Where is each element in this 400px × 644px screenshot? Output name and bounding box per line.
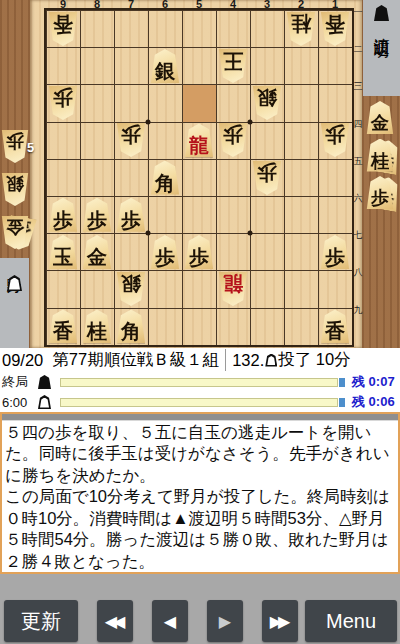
sente-clock-label: 終局 xyxy=(2,373,36,391)
file-label-8: 8 xyxy=(80,0,114,9)
star-dot xyxy=(146,119,151,124)
sente-hand-桂: 桂桂 xyxy=(366,139,394,172)
step-forward-button[interactable]: ▶ xyxy=(207,600,243,642)
sente-player-plate: 渡辺明 xyxy=(363,0,400,96)
update-button[interactable]: 更新 xyxy=(4,600,78,642)
file-label-1: 1 xyxy=(318,0,352,9)
sente-mark-icon xyxy=(374,5,389,21)
gote-piece-icon xyxy=(265,354,277,367)
sente-time-bar-tip xyxy=(339,378,345,387)
game-date: 09/20 xyxy=(2,351,43,370)
jump-to-end-button[interactable]: ▶▶ xyxy=(262,600,298,642)
shogi-live-app: 987654321一二三四五六七八九 香桂香銀王歩銀歩龍歩歩角歩歩歩歩玉金歩歩歩… xyxy=(0,0,400,644)
event-title: 第77期順位戦Ｂ級１組 xyxy=(52,349,219,371)
star-dot xyxy=(146,231,151,236)
sente-hand-金: 金 xyxy=(366,101,394,134)
star-dot xyxy=(248,119,253,124)
double-left-arrow-icon: ◀◀ xyxy=(105,612,122,631)
gote-clock-label: 6:00 xyxy=(2,395,36,410)
rank-label-7: 七 xyxy=(353,229,363,242)
gote-remaining-time: 残 0:06 xyxy=(352,393,395,411)
gote-player-name: 野月 xyxy=(7,266,22,270)
rank-label-2: 二 xyxy=(353,43,363,56)
game-info-bar: 09/20 第77期順位戦Ｂ級１組 132. 投了 10分 xyxy=(0,348,400,372)
info-divider xyxy=(225,349,226,371)
rank-label-1: 一 xyxy=(353,6,363,19)
board-border xyxy=(44,8,354,347)
gote-time-bar-tip xyxy=(339,398,345,407)
double-right-arrow-icon: ▶▶ xyxy=(270,612,287,631)
sente-remaining-time: 残 0:07 xyxy=(352,373,395,391)
last-move-text: 132. 投了 10分 xyxy=(232,349,351,371)
gote-clock-row: 6:00 残 0:06 xyxy=(0,392,400,412)
comment-divider-bar xyxy=(2,414,398,421)
sente-hand-歩: 歩歩 xyxy=(366,176,394,209)
jump-to-start-button[interactable]: ◀◀ xyxy=(97,600,133,642)
file-label-5: 5 xyxy=(182,0,216,9)
gote-time-bar xyxy=(60,398,338,407)
sente-time-bar xyxy=(60,378,338,387)
rank-label-4: 四 xyxy=(353,118,363,131)
hand-count: 5 xyxy=(27,140,34,155)
commentary-panel[interactable]: ５四の歩を取り、５五に自玉の逃走ルートを開いた。同時に後手玉は受けがなさそう。先… xyxy=(0,412,400,574)
star-dot xyxy=(248,231,253,236)
rank-label-5: 五 xyxy=(353,155,363,168)
sente-player-name: 渡辺明 xyxy=(374,25,390,31)
rank-label-8: 八 xyxy=(353,266,363,279)
rank-label-9: 九 xyxy=(353,304,363,317)
step-back-button[interactable]: ◀ xyxy=(152,600,188,642)
menu-button[interactable]: Menu xyxy=(305,600,397,642)
file-label-9: 9 xyxy=(46,0,80,9)
gote-player-plate: 野月 xyxy=(0,258,29,348)
file-label-6: 6 xyxy=(148,0,182,9)
gote-clock-icon xyxy=(38,395,51,409)
rank-label-6: 六 xyxy=(353,192,363,205)
gote-hand-銀: 銀 xyxy=(1,173,29,206)
file-label-7: 7 xyxy=(114,0,148,9)
sente-clock-icon xyxy=(38,375,51,389)
commentary-text: ５四の歩を取り、５五に自玉の逃走ルートを開いた。同時に後手玉は受けがなさそう。先… xyxy=(2,421,398,572)
bottom-toolbar: 更新 ◀◀ ◀ ▶ ▶▶ Menu xyxy=(0,574,400,644)
shogi-board-area: 987654321一二三四五六七八九 香桂香銀王歩銀歩龍歩歩角歩歩歩歩玉金歩歩歩… xyxy=(0,0,400,348)
file-label-2: 2 xyxy=(284,0,318,9)
last-move-highlight xyxy=(182,84,216,121)
sente-clock-row: 終局 残 0:07 xyxy=(0,372,400,392)
left-arrow-icon: ◀ xyxy=(164,612,176,631)
file-label-3: 3 xyxy=(250,0,284,9)
right-arrow-icon: ▶ xyxy=(219,612,231,631)
gote-hand-金: 金金 xyxy=(1,216,29,249)
gote-mark-icon xyxy=(7,275,22,291)
gote-hand-歩: 歩5 xyxy=(1,130,29,163)
file-label-4: 4 xyxy=(216,0,250,9)
rank-label-3: 三 xyxy=(353,80,363,93)
